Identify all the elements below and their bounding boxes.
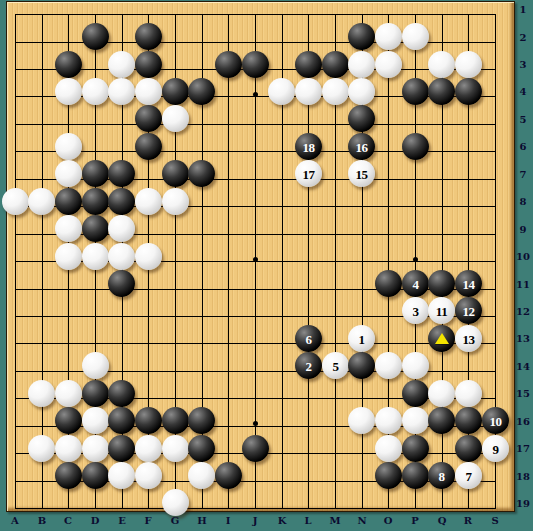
stone-E15[interactable] (108, 380, 135, 407)
stone-D14[interactable] (82, 352, 109, 379)
stone-F17[interactable] (135, 435, 162, 462)
col-label-J: J (253, 516, 258, 526)
stone-D8[interactable] (82, 188, 109, 215)
col-label-D: D (91, 516, 100, 526)
stone-R4[interactable] (455, 78, 482, 105)
stone-N6[interactable]: 16 (348, 133, 375, 160)
stone-C7[interactable] (55, 160, 82, 187)
stone-Q4[interactable] (428, 78, 455, 105)
stone-C18[interactable] (55, 462, 82, 489)
star-point (253, 257, 258, 262)
move-number: 8 (439, 469, 445, 483)
stone-E8[interactable] (108, 188, 135, 215)
stone-H17[interactable] (188, 435, 215, 462)
stone-O17[interactable] (375, 435, 402, 462)
stone-P14[interactable] (402, 352, 429, 379)
stone-H18[interactable] (188, 462, 215, 489)
row-label-9: 9 (514, 225, 532, 235)
stone-F2[interactable] (135, 23, 162, 50)
col-label-K: K (278, 516, 287, 526)
row-label-3: 3 (514, 60, 532, 70)
stone-N2[interactable] (348, 23, 375, 50)
stone-F10[interactable] (135, 243, 162, 270)
move-number: 6 (306, 332, 312, 346)
board-overlay: 181617154143111261132510987ABCDEFGHIJKLM… (0, 0, 533, 531)
stone-F6[interactable] (135, 133, 162, 160)
move-number: 5 (333, 359, 339, 373)
col-label-C: C (64, 516, 72, 526)
stone-E4[interactable] (108, 78, 135, 105)
row-label-6: 6 (514, 142, 532, 152)
go-app-window: 181617154143111261132510987ABCDEFGHIJKLM… (0, 0, 533, 531)
stone-E10[interactable] (108, 243, 135, 270)
stone-J3[interactable] (242, 51, 269, 78)
stone-C4[interactable] (55, 78, 82, 105)
row-label-4: 4 (514, 87, 532, 97)
grid-hline (15, 343, 496, 344)
col-label-A: A (11, 516, 19, 526)
stone-R16[interactable] (455, 407, 482, 434)
move-number: 11 (436, 304, 447, 318)
stone-R3[interactable] (455, 51, 482, 78)
stone-L7[interactable]: 17 (295, 160, 322, 187)
stone-G4[interactable] (162, 78, 189, 105)
move-number: 15 (356, 167, 368, 181)
col-label-E: E (118, 516, 126, 526)
move-number: 14 (463, 277, 475, 291)
stone-C8[interactable] (55, 188, 82, 215)
stone-I3[interactable] (215, 51, 242, 78)
stone-L14[interactable]: 2 (295, 352, 322, 379)
stone-N3[interactable] (348, 51, 375, 78)
row-label-19: 19 (514, 499, 532, 509)
stone-P11[interactable]: 4 (402, 270, 429, 297)
stone-P17[interactable] (402, 435, 429, 462)
stone-D7[interactable] (82, 160, 109, 187)
stone-D15[interactable] (82, 380, 109, 407)
stone-D2[interactable] (82, 23, 109, 50)
stone-C3[interactable] (55, 51, 82, 78)
stone-P18[interactable] (402, 462, 429, 489)
stone-B17[interactable] (28, 435, 55, 462)
move-number: 2 (306, 359, 312, 373)
stone-S16[interactable]: 10 (482, 407, 509, 434)
col-label-O: O (384, 516, 393, 526)
row-label-17: 17 (514, 444, 532, 454)
stone-Q11[interactable] (428, 270, 455, 297)
stone-N7[interactable]: 15 (348, 160, 375, 187)
stone-G7[interactable] (162, 160, 189, 187)
row-label-16: 16 (514, 417, 532, 427)
stone-D9[interactable] (82, 215, 109, 242)
col-label-S: S (491, 516, 498, 526)
stone-R11[interactable]: 14 (455, 270, 482, 297)
stone-E7[interactable] (108, 160, 135, 187)
stone-P2[interactable] (402, 23, 429, 50)
stone-O2[interactable] (375, 23, 402, 50)
col-label-Q: Q (438, 516, 447, 526)
stone-N5[interactable] (348, 105, 375, 132)
stone-D18[interactable] (82, 462, 109, 489)
stone-M3[interactable] (322, 51, 349, 78)
stone-G5[interactable] (162, 105, 189, 132)
stone-J17[interactable] (242, 435, 269, 462)
row-label-5: 5 (514, 115, 532, 125)
stone-L13[interactable]: 6 (295, 325, 322, 352)
stone-Q13[interactable] (428, 325, 455, 352)
stone-L6[interactable]: 18 (295, 133, 322, 160)
stone-D10[interactable] (82, 243, 109, 270)
stone-F18[interactable] (135, 462, 162, 489)
stone-F16[interactable] (135, 407, 162, 434)
stone-S17[interactable]: 9 (482, 435, 509, 462)
stone-P12[interactable]: 3 (402, 297, 429, 324)
stone-M4[interactable] (322, 78, 349, 105)
stone-F8[interactable] (135, 188, 162, 215)
col-label-F: F (144, 516, 151, 526)
star-point (253, 92, 258, 97)
star-point (253, 421, 258, 426)
row-label-2: 2 (514, 33, 532, 43)
move-number: 13 (463, 332, 475, 346)
move-number: 17 (303, 167, 315, 181)
stone-O16[interactable] (375, 407, 402, 434)
stone-O3[interactable] (375, 51, 402, 78)
triangle-marker (435, 333, 449, 344)
stone-N14[interactable] (348, 352, 375, 379)
row-label-10: 10 (514, 252, 532, 262)
stone-C9[interactable] (55, 215, 82, 242)
col-label-B: B (38, 516, 46, 526)
move-number: 4 (413, 277, 419, 291)
stone-D17[interactable] (82, 435, 109, 462)
stone-E9[interactable] (108, 215, 135, 242)
stone-R17[interactable] (455, 435, 482, 462)
row-label-15: 15 (514, 389, 532, 399)
stone-E17[interactable] (108, 435, 135, 462)
stone-E16[interactable] (108, 407, 135, 434)
stone-Q15[interactable] (428, 380, 455, 407)
stone-F3[interactable] (135, 51, 162, 78)
stone-P6[interactable] (402, 133, 429, 160)
stone-O14[interactable] (375, 352, 402, 379)
row-label-18: 18 (514, 472, 532, 482)
stone-E11[interactable] (108, 270, 135, 297)
stone-C15[interactable] (55, 380, 82, 407)
stone-E18[interactable] (108, 462, 135, 489)
col-label-L: L (304, 516, 311, 526)
stone-P15[interactable] (402, 380, 429, 407)
move-number: 7 (466, 469, 472, 483)
row-label-1: 1 (514, 5, 532, 15)
col-label-R: R (464, 516, 472, 526)
grid-hline (15, 508, 496, 509)
stone-O18[interactable] (375, 462, 402, 489)
stone-R12[interactable]: 12 (455, 297, 482, 324)
stone-N16[interactable] (348, 407, 375, 434)
stone-C16[interactable] (55, 407, 82, 434)
stone-H4[interactable] (188, 78, 215, 105)
stone-N13[interactable]: 1 (348, 325, 375, 352)
stone-D16[interactable] (82, 407, 109, 434)
stone-O11[interactable] (375, 270, 402, 297)
row-label-11: 11 (514, 280, 532, 290)
stone-F4[interactable] (135, 78, 162, 105)
stone-H7[interactable] (188, 160, 215, 187)
move-number: 1 (359, 332, 365, 346)
col-label-P: P (411, 516, 419, 526)
stone-H16[interactable] (188, 407, 215, 434)
row-label-12: 12 (514, 307, 532, 317)
stone-G19[interactable] (162, 489, 189, 516)
stone-G17[interactable] (162, 435, 189, 462)
stone-Q3[interactable] (428, 51, 455, 78)
row-label-14: 14 (514, 362, 532, 372)
stone-I18[interactable] (215, 462, 242, 489)
stone-F5[interactable] (135, 105, 162, 132)
stone-A8[interactable] (2, 188, 29, 215)
stone-B8[interactable] (28, 188, 55, 215)
move-number: 18 (303, 140, 315, 154)
stone-P4[interactable] (402, 78, 429, 105)
stone-E3[interactable] (108, 51, 135, 78)
stone-C17[interactable] (55, 435, 82, 462)
stone-L4[interactable] (295, 78, 322, 105)
star-point (413, 257, 418, 262)
stone-M14[interactable]: 5 (322, 352, 349, 379)
move-number: 10 (490, 414, 502, 428)
row-label-13: 13 (514, 334, 532, 344)
stone-B15[interactable] (28, 380, 55, 407)
stone-G16[interactable] (162, 407, 189, 434)
col-label-I: I (226, 516, 231, 526)
stone-G8[interactable] (162, 188, 189, 215)
stone-R13[interactable]: 13 (455, 325, 482, 352)
row-label-7: 7 (514, 170, 532, 180)
move-number: 9 (493, 442, 499, 456)
stone-C6[interactable] (55, 133, 82, 160)
stone-Q18[interactable]: 8 (428, 462, 455, 489)
stone-R18[interactable]: 7 (455, 462, 482, 489)
move-number: 12 (463, 304, 475, 318)
move-number: 3 (413, 304, 419, 318)
col-label-G: G (171, 516, 180, 526)
stone-R15[interactable] (455, 380, 482, 407)
stone-K4[interactable] (268, 78, 295, 105)
col-label-N: N (357, 516, 366, 526)
stone-L3[interactable] (295, 51, 322, 78)
stone-P16[interactable] (402, 407, 429, 434)
row-label-8: 8 (514, 197, 532, 207)
col-label-M: M (329, 516, 340, 526)
stone-C10[interactable] (55, 243, 82, 270)
stone-D4[interactable] (82, 78, 109, 105)
move-number: 16 (356, 140, 368, 154)
stone-N4[interactable] (348, 78, 375, 105)
stone-Q12[interactable]: 11 (428, 297, 455, 324)
col-label-H: H (197, 516, 206, 526)
stone-Q16[interactable] (428, 407, 455, 434)
